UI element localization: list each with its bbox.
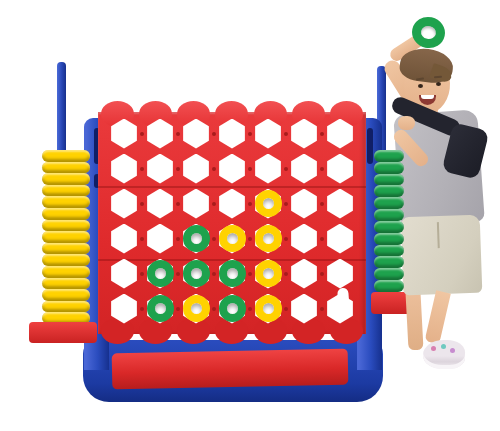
- board-cell-r3c6: [286, 186, 322, 221]
- board-hole: [146, 119, 174, 149]
- green-storage-disc: [374, 256, 404, 268]
- yellow-disc: [255, 295, 282, 322]
- board-cell-r1c1: [106, 116, 142, 151]
- board-cell-r2c7: [322, 151, 358, 186]
- boy-near-leg: [424, 290, 450, 344]
- base-tray: [112, 349, 349, 390]
- board-cell-r1c6: [286, 116, 322, 151]
- yellow-disc: [255, 225, 282, 252]
- board-cell-r1c3: [178, 116, 214, 151]
- shoe-dot: [450, 348, 455, 353]
- board-hole: [326, 189, 354, 219]
- yellow-storage-disc: [42, 185, 90, 197]
- board-cell-r5c2: [142, 256, 178, 291]
- green-storage-disc: [374, 174, 404, 186]
- yellow-disc: [183, 295, 210, 322]
- board-cell-r3c5: [250, 186, 286, 221]
- green-storage-disc: [374, 185, 404, 197]
- right-post-slot: [367, 128, 373, 164]
- yellow-disc: [255, 190, 282, 217]
- green-storage-disc: [374, 268, 404, 280]
- green-disc: [183, 225, 210, 252]
- green-storage-disc: [374, 197, 404, 209]
- board-cell-r4c6: [286, 221, 322, 256]
- board-cell-r6c2: [142, 291, 178, 326]
- left-stack-bracket: [29, 322, 97, 343]
- board-hole: [110, 119, 138, 149]
- board-hole: [110, 294, 138, 324]
- board-hole: [326, 154, 354, 184]
- green-storage-disc: [374, 162, 404, 174]
- board-cell-r4c4: [214, 221, 250, 256]
- yellow-storage-disc: [42, 278, 90, 290]
- board-handle-cutout: [337, 288, 350, 315]
- green-disc: [219, 260, 246, 287]
- board-cell-r3c4: [214, 186, 250, 221]
- board-cell-r4c1: [106, 221, 142, 256]
- yellow-storage-disc: [42, 162, 90, 174]
- green-storage-disc: [374, 245, 404, 257]
- board-hole: [146, 224, 174, 254]
- board-hole: [254, 154, 282, 184]
- boy-far-leg: [405, 292, 423, 351]
- board-grid: [106, 116, 358, 326]
- boy-denim-shorts: [401, 215, 483, 296]
- yellow-disc: [219, 225, 246, 252]
- board-hole: [218, 119, 246, 149]
- yellow-storage-disc: [42, 289, 90, 301]
- board-hole: [218, 154, 246, 184]
- board-cell-r2c4: [214, 151, 250, 186]
- green-disc: [183, 260, 210, 287]
- green-storage-disc: [374, 209, 404, 221]
- green-disc: [147, 295, 174, 322]
- green-disc-stack: [374, 150, 404, 292]
- green-storage-disc: [374, 233, 404, 245]
- board-cell-r2c1: [106, 151, 142, 186]
- board-cell-r3c1: [106, 186, 142, 221]
- board-cell-r5c5: [250, 256, 286, 291]
- board-cell-r6c3: [178, 291, 214, 326]
- yellow-storage-disc: [42, 208, 90, 220]
- board-cell-r1c5: [250, 116, 286, 151]
- board-cell-r2c5: [250, 151, 286, 186]
- board-cell-r2c3: [178, 151, 214, 186]
- board-hole: [110, 224, 138, 254]
- green-disc: [147, 260, 174, 287]
- yellow-storage-disc: [42, 150, 90, 162]
- yellow-storage-disc: [42, 254, 90, 266]
- board-cell-r4c5: [250, 221, 286, 256]
- board-cell-r3c2: [142, 186, 178, 221]
- board-hole: [218, 189, 246, 219]
- board-hole: [290, 259, 318, 289]
- board-cell-r1c4: [214, 116, 250, 151]
- board-hole: [146, 189, 174, 219]
- product-photo-scene: [0, 0, 500, 431]
- board-hole: [182, 154, 210, 184]
- shoe-dot: [431, 346, 436, 351]
- green-disc: [219, 295, 246, 322]
- board-hole: [290, 119, 318, 149]
- board-cell-r5c1: [106, 256, 142, 291]
- board-hole: [110, 259, 138, 289]
- boy-hand: [398, 116, 415, 130]
- connect-four-board: [98, 112, 366, 334]
- board-hole: [326, 259, 354, 289]
- board-cell-r6c5: [250, 291, 286, 326]
- board-cell-r2c6: [286, 151, 322, 186]
- shoe-dot: [441, 344, 446, 349]
- board-cell-r5c6: [286, 256, 322, 291]
- board-hole: [326, 224, 354, 254]
- board-hole: [254, 119, 282, 149]
- yellow-storage-disc: [42, 220, 90, 232]
- green-storage-disc: [374, 150, 404, 162]
- boy-clog-shoe: [423, 340, 465, 369]
- yellow-storage-disc: [42, 173, 90, 185]
- board-cell-r5c3: [178, 256, 214, 291]
- yellow-disc: [255, 260, 282, 287]
- board-hole: [326, 119, 354, 149]
- board-cell-r1c7: [322, 116, 358, 151]
- yellow-storage-disc: [42, 266, 90, 278]
- boy-teeth: [421, 95, 434, 99]
- boy-eye-left: [418, 84, 423, 88]
- board-hole: [110, 154, 138, 184]
- board-hole: [146, 154, 174, 184]
- board-hole: [290, 189, 318, 219]
- board-cell-r3c3: [178, 186, 214, 221]
- board-cell-r1c2: [142, 116, 178, 151]
- board-cell-r3c7: [322, 186, 358, 221]
- board-hole: [290, 224, 318, 254]
- board-hole: [182, 119, 210, 149]
- board-cell-r6c6: [286, 291, 322, 326]
- board-cell-r4c3: [178, 221, 214, 256]
- boy-eye-right: [436, 82, 441, 86]
- board-cell-r6c4: [214, 291, 250, 326]
- board-hole: [290, 154, 318, 184]
- yellow-storage-disc: [42, 231, 90, 243]
- board-hole: [110, 189, 138, 219]
- board-hole: [290, 294, 318, 324]
- board-cell-r2c2: [142, 151, 178, 186]
- green-storage-disc: [374, 221, 404, 233]
- board-cell-r5c4: [214, 256, 250, 291]
- board-cell-r4c7: [322, 221, 358, 256]
- yellow-storage-disc: [42, 301, 90, 313]
- yellow-disc-stack: [42, 150, 90, 324]
- board-cell-r5c7: [322, 256, 358, 291]
- board-hole: [182, 189, 210, 219]
- green-storage-disc: [374, 280, 404, 292]
- board-cell-r6c1: [106, 291, 142, 326]
- yellow-storage-disc: [42, 196, 90, 208]
- yellow-storage-disc: [42, 243, 90, 255]
- board-cell-r4c2: [142, 221, 178, 256]
